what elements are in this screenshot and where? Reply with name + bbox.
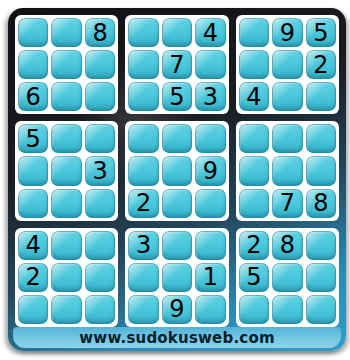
- cell-r3c4[interactable]: [128, 82, 158, 111]
- cell-r4c6[interactable]: [195, 124, 225, 153]
- box-2-1: 53: [15, 121, 118, 220]
- cell-r6c5[interactable]: [162, 189, 192, 218]
- cell-r2c8[interactable]: [272, 50, 302, 79]
- cell-r2c6[interactable]: [195, 50, 225, 79]
- cell-r6c1[interactable]: [18, 189, 48, 218]
- cell-r6c4[interactable]: 2: [128, 189, 158, 218]
- cell-r2c4[interactable]: [128, 50, 158, 79]
- cell-r4c7[interactable]: [239, 124, 269, 153]
- cell-r5c1[interactable]: [18, 156, 48, 185]
- cell-r8c8[interactable]: [272, 263, 302, 292]
- footer-url: www.sudokusweb.com: [79, 329, 274, 347]
- cell-r3c1[interactable]: 6: [18, 82, 48, 111]
- cell-r9c7[interactable]: [239, 295, 269, 324]
- cell-r1c5[interactable]: [162, 18, 192, 47]
- cell-r3c3[interactable]: [85, 82, 115, 111]
- box-1-3: 9524: [236, 15, 339, 114]
- box-3-3: 285: [236, 228, 339, 327]
- cell-r2c2[interactable]: [51, 50, 81, 79]
- cell-r3c6[interactable]: 3: [195, 82, 225, 111]
- cell-r9c4[interactable]: [128, 295, 158, 324]
- cell-r7c8[interactable]: 8: [272, 231, 302, 260]
- cell-r8c4[interactable]: [128, 263, 158, 292]
- cell-r6c3[interactable]: [85, 189, 115, 218]
- cell-r6c8[interactable]: 7: [272, 189, 302, 218]
- cell-r3c9[interactable]: [306, 82, 336, 111]
- cell-r3c2[interactable]: [51, 82, 81, 111]
- cell-r3c7[interactable]: 4: [239, 82, 269, 111]
- box-3-1: 42: [15, 228, 118, 327]
- cell-r8c2[interactable]: [51, 263, 81, 292]
- cell-r4c8[interactable]: [272, 124, 302, 153]
- cell-r4c5[interactable]: [162, 124, 192, 153]
- cell-r8c6[interactable]: 1: [195, 263, 225, 292]
- cell-r9c1[interactable]: [18, 295, 48, 324]
- cell-r8c3[interactable]: [85, 263, 115, 292]
- cell-r2c9[interactable]: 2: [306, 50, 336, 79]
- cell-r5c3[interactable]: 3: [85, 156, 115, 185]
- cell-r8c5[interactable]: [162, 263, 192, 292]
- cell-r3c5[interactable]: 5: [162, 82, 192, 111]
- cell-r6c9[interactable]: 8: [306, 189, 336, 218]
- cell-r7c4[interactable]: 3: [128, 231, 158, 260]
- cell-r9c5[interactable]: 9: [162, 295, 192, 324]
- cell-r4c4[interactable]: [128, 124, 158, 153]
- cell-r9c2[interactable]: [51, 295, 81, 324]
- sudoku-board: 864753952453927842319285 www.sudokusweb.…: [8, 8, 346, 351]
- cell-r5c2[interactable]: [51, 156, 81, 185]
- cell-r7c1[interactable]: 4: [18, 231, 48, 260]
- cell-r1c8[interactable]: 9: [272, 18, 302, 47]
- cell-r8c1[interactable]: 2: [18, 263, 48, 292]
- cell-r4c2[interactable]: [51, 124, 81, 153]
- box-1-2: 4753: [125, 15, 228, 114]
- cell-r2c5[interactable]: 7: [162, 50, 192, 79]
- cell-r1c7[interactable]: [239, 18, 269, 47]
- cell-r8c7[interactable]: 5: [239, 263, 269, 292]
- cell-r5c9[interactable]: [306, 156, 336, 185]
- cell-r7c2[interactable]: [51, 231, 81, 260]
- cell-r7c6[interactable]: [195, 231, 225, 260]
- cell-r5c5[interactable]: [162, 156, 192, 185]
- cell-r7c3[interactable]: [85, 231, 115, 260]
- cell-r9c6[interactable]: [195, 295, 225, 324]
- box-2-2: 92: [125, 121, 228, 220]
- cell-r1c1[interactable]: [18, 18, 48, 47]
- sudoku-grid: 864753952453927842319285: [15, 15, 339, 327]
- footer-banner: www.sudokusweb.com: [13, 327, 341, 348]
- cell-r5c7[interactable]: [239, 156, 269, 185]
- cell-r1c3[interactable]: 8: [85, 18, 115, 47]
- cell-r9c3[interactable]: [85, 295, 115, 324]
- box-3-2: 319: [125, 228, 228, 327]
- cell-r5c4[interactable]: [128, 156, 158, 185]
- cell-r7c5[interactable]: [162, 231, 192, 260]
- cell-r7c7[interactable]: 2: [239, 231, 269, 260]
- cell-r5c8[interactable]: [272, 156, 302, 185]
- cell-r2c7[interactable]: [239, 50, 269, 79]
- cell-r6c2[interactable]: [51, 189, 81, 218]
- cell-r7c9[interactable]: [306, 231, 336, 260]
- cell-r1c9[interactable]: 5: [306, 18, 336, 47]
- cell-r6c7[interactable]: [239, 189, 269, 218]
- box-1-1: 86: [15, 15, 118, 114]
- cell-r4c3[interactable]: [85, 124, 115, 153]
- box-2-3: 78: [236, 121, 339, 220]
- cell-r5c6[interactable]: 9: [195, 156, 225, 185]
- cell-r6c6[interactable]: [195, 189, 225, 218]
- cell-r8c9[interactable]: [306, 263, 336, 292]
- cell-r2c3[interactable]: [85, 50, 115, 79]
- cell-r3c8[interactable]: [272, 82, 302, 111]
- cell-r1c2[interactable]: [51, 18, 81, 47]
- cell-r9c9[interactable]: [306, 295, 336, 324]
- cell-r1c4[interactable]: [128, 18, 158, 47]
- cell-r9c8[interactable]: [272, 295, 302, 324]
- cell-r2c1[interactable]: [18, 50, 48, 79]
- cell-r1c6[interactable]: 4: [195, 18, 225, 47]
- cell-r4c1[interactable]: 5: [18, 124, 48, 153]
- cell-r4c9[interactable]: [306, 124, 336, 153]
